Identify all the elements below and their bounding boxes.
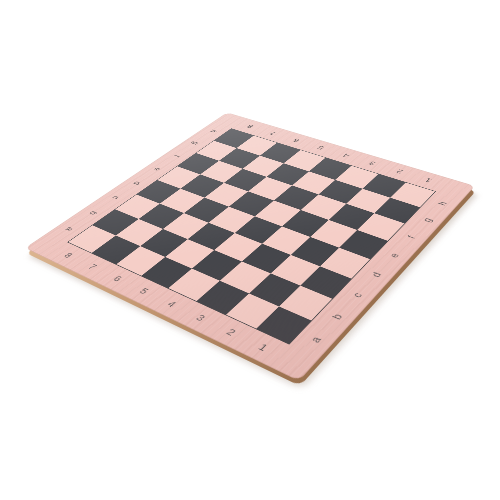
rank-label-left-7: 7 <box>86 263 98 271</box>
rank-label-right-2: 2 <box>394 169 404 175</box>
file-label-bottom-c: c <box>350 291 364 299</box>
file-label-bottom-h: h <box>436 200 448 206</box>
file-label-bottom-e: e <box>387 252 400 259</box>
board-grid <box>67 128 436 344</box>
chessboard-product-photo: aabbccddeeffgghh1122334455667788 <box>0 0 500 500</box>
file-label-top-h: h <box>208 129 218 133</box>
file-label-bottom-a: a <box>308 335 323 344</box>
rank-label-right-8: 8 <box>245 124 254 129</box>
rank-label-right-1: 1 <box>423 177 433 183</box>
rank-label-right-5: 5 <box>316 145 325 150</box>
file-label-top-c: c <box>110 195 121 200</box>
rank-label-left-8: 8 <box>62 252 74 260</box>
rank-label-right-7: 7 <box>268 131 277 136</box>
rank-label-left-1: 1 <box>256 342 269 352</box>
file-label-bottom-d: d <box>369 271 383 278</box>
rank-label-right-4: 4 <box>341 153 351 159</box>
rank-label-left-6: 6 <box>111 275 124 283</box>
file-label-bottom-f: f <box>405 234 416 239</box>
rank-label-left-3: 3 <box>193 313 206 322</box>
rank-label-left-5: 5 <box>137 287 150 296</box>
rank-label-left-4: 4 <box>165 300 178 309</box>
file-label-bottom-b: b <box>330 312 344 320</box>
file-label-top-g: g <box>190 141 200 145</box>
file-label-bottom-g: g <box>420 217 433 223</box>
file-label-top-f: f <box>172 154 181 158</box>
file-label-top-a: a <box>64 226 75 232</box>
rank-label-right-3: 3 <box>367 161 377 167</box>
chess-board: aabbccddeeffgghh1122334455667788 <box>25 112 475 381</box>
rank-label-right-6: 6 <box>291 138 300 143</box>
rank-label-left-2: 2 <box>224 327 237 337</box>
file-label-top-d: d <box>131 181 142 186</box>
file-label-top-b: b <box>87 210 98 216</box>
file-label-top-e: e <box>152 167 163 172</box>
